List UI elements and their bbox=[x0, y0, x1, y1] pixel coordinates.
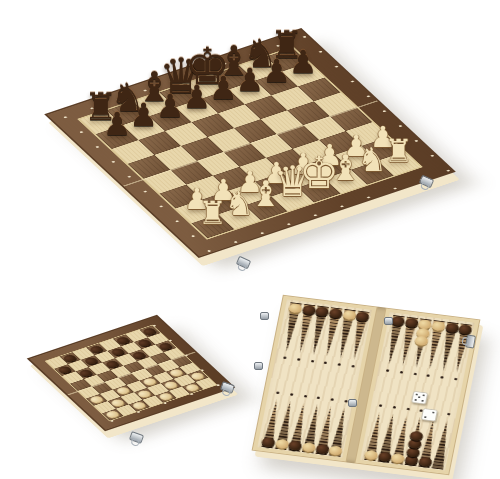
piece-white-rook: ♜ bbox=[385, 135, 414, 167]
backgammon-left-playfield bbox=[260, 302, 370, 457]
point-dot-icon bbox=[303, 395, 306, 398]
point-dot-icon bbox=[393, 406, 396, 409]
piece-black-pawn: ♟ bbox=[103, 108, 132, 140]
point-dot-icon bbox=[386, 369, 389, 372]
piece-black-pawn: ♟ bbox=[289, 46, 318, 78]
piece-black-pawn: ♟ bbox=[209, 73, 238, 105]
backgammon-point-bottom-12 bbox=[431, 420, 454, 470]
point-dot-icon bbox=[427, 374, 430, 377]
backgammon-board bbox=[252, 295, 481, 475]
product-photo-stage: ♜♞♝♛♚♝♞♜♟♟♟♟♟♟♟♟♟♟♟♟♟♟♟♟♜♞♝♛♚♝♞♜ bbox=[0, 0, 500, 479]
point-dot-icon bbox=[324, 361, 327, 364]
backgammon-hinge-icon bbox=[254, 362, 263, 370]
point-dot-icon bbox=[317, 396, 320, 399]
backgammon-right-half bbox=[354, 308, 480, 475]
point-dot-icon bbox=[290, 393, 293, 396]
piece-black-pawn: ♟ bbox=[262, 55, 291, 87]
backgammon-hinge-icon bbox=[348, 399, 357, 407]
point-dot-icon bbox=[297, 358, 300, 361]
point-dot-icon bbox=[311, 360, 314, 363]
piece-black-pawn: ♟ bbox=[129, 99, 158, 131]
point-dot-icon bbox=[400, 371, 403, 374]
piece-black-pawn: ♟ bbox=[156, 90, 185, 122]
piece-white-rook: ♜ bbox=[199, 197, 228, 229]
point-dot-icon bbox=[284, 356, 287, 359]
piece-white-knight: ♞ bbox=[358, 143, 388, 176]
die-showing-2 bbox=[421, 408, 438, 422]
point-dot-icon bbox=[413, 373, 416, 376]
point-dot-icon bbox=[330, 398, 333, 401]
backgammon-hinge-icon bbox=[260, 312, 269, 320]
point-dot-icon bbox=[344, 400, 347, 403]
point-dot-icon bbox=[338, 363, 341, 366]
die-showing-5 bbox=[411, 391, 428, 405]
point-dot-icon bbox=[276, 391, 279, 394]
point-dot-icon bbox=[406, 408, 409, 411]
point-dot-icon bbox=[454, 378, 457, 381]
backgammon-hinge-icon bbox=[384, 317, 393, 325]
point-dot-icon bbox=[351, 365, 354, 368]
piece-black-pawn: ♟ bbox=[182, 81, 211, 113]
point-dot-icon bbox=[440, 376, 443, 379]
backgammon-checker-light bbox=[414, 335, 429, 346]
point-dot-icon bbox=[379, 404, 382, 407]
die-pip-icon bbox=[422, 400, 424, 402]
point-dot-icon bbox=[447, 413, 450, 416]
piece-black-pawn: ♟ bbox=[236, 64, 265, 96]
